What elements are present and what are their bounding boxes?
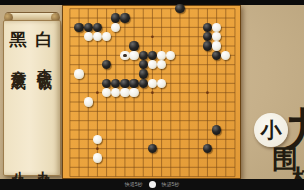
white-stone xyxy=(212,41,221,50)
black-stone xyxy=(139,69,148,78)
black-stone xyxy=(175,4,184,13)
white-stone xyxy=(157,51,166,60)
black-stone xyxy=(129,79,138,88)
star-point xyxy=(151,91,154,94)
black-stone xyxy=(74,23,83,32)
black-stone xyxy=(203,41,212,50)
star-point xyxy=(96,91,99,94)
black-stone xyxy=(212,125,221,134)
white-stone xyxy=(129,51,138,60)
white-stone xyxy=(74,69,83,78)
black-stone xyxy=(139,51,148,60)
player-control-bar: 快退5秒 快进5秒 xyxy=(0,179,304,190)
white-stone xyxy=(129,88,138,97)
black-stone xyxy=(111,13,120,22)
black-player-column: 黑 童梦成 八段 xyxy=(7,21,29,175)
white-player-column: 白 李钦诚 九段 xyxy=(33,21,55,175)
logo-seal-char: 小 xyxy=(261,120,282,141)
black-player-rank: 八段 xyxy=(11,159,26,169)
forward-button[interactable]: 快进5秒 xyxy=(162,182,180,187)
video-frame: 黑 童梦成 八段 白 李钦诚 九段 小 九 围 棋 快退5秒 快进5秒 xyxy=(0,0,304,190)
white-stone xyxy=(93,153,102,162)
white-stone xyxy=(148,79,157,88)
star-point xyxy=(206,91,209,94)
players-panel-body: 黑 童梦成 八段 白 李钦诚 九段 xyxy=(3,20,61,176)
white-player-name: 李钦诚 xyxy=(37,57,52,66)
white-stone xyxy=(157,79,166,88)
black-stone xyxy=(129,41,138,50)
star-point xyxy=(96,147,99,150)
black-stone xyxy=(84,23,93,32)
black-stone xyxy=(120,79,129,88)
black-stone xyxy=(139,79,148,88)
white-stone xyxy=(84,97,93,106)
black-stone xyxy=(148,51,157,60)
star-point xyxy=(151,35,154,38)
channel-logo: 小 九 围 棋 xyxy=(252,105,304,190)
white-color-label: 白 xyxy=(36,31,53,48)
black-stone xyxy=(120,13,129,22)
play-pause-button[interactable] xyxy=(149,181,156,188)
logo-seal-icon: 小 xyxy=(254,113,288,147)
white-stone xyxy=(120,51,129,60)
white-stone xyxy=(120,88,129,97)
black-stone xyxy=(102,79,111,88)
black-stone xyxy=(203,23,212,32)
last-move-marker xyxy=(123,54,126,57)
rewind-button[interactable]: 快退5秒 xyxy=(125,182,143,187)
black-color-label: 黑 xyxy=(10,31,27,48)
black-player-name: 童梦成 xyxy=(11,57,26,66)
black-stone xyxy=(139,60,148,69)
white-stone xyxy=(84,32,93,41)
go-board xyxy=(62,5,241,179)
white-stone xyxy=(93,135,102,144)
players-panel: 黑 童梦成 八段 白 李钦诚 九段 xyxy=(1,11,61,176)
black-stone xyxy=(93,23,102,32)
white-player-rank: 九段 xyxy=(37,159,52,169)
